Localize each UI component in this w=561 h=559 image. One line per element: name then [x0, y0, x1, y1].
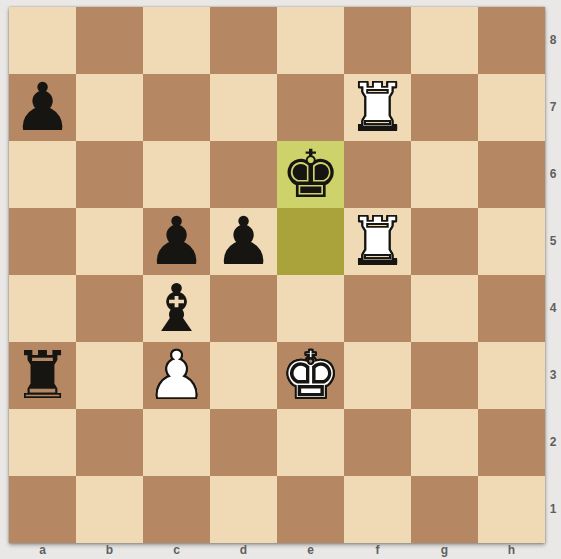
square-c8[interactable] — [143, 7, 210, 74]
square-e8[interactable] — [277, 7, 344, 74]
square-b6[interactable] — [76, 141, 143, 208]
square-b1[interactable] — [76, 476, 143, 543]
black-pawn[interactable]: ♟ — [147, 208, 206, 275]
square-c5[interactable]: ♟ — [143, 208, 210, 275]
square-h2[interactable] — [478, 409, 545, 476]
rank-coordinates: 87654321 — [545, 7, 561, 543]
black-bishop[interactable]: ♝ — [147, 275, 206, 342]
square-g1[interactable] — [411, 476, 478, 543]
square-d3[interactable] — [210, 342, 277, 409]
square-c1[interactable] — [143, 476, 210, 543]
square-e4[interactable] — [277, 275, 344, 342]
square-f5[interactable]: ♜ — [344, 208, 411, 275]
square-f1[interactable] — [344, 476, 411, 543]
square-h1[interactable] — [478, 476, 545, 543]
rank-label-6: 6 — [545, 141, 561, 208]
square-a8[interactable] — [9, 7, 76, 74]
square-e5[interactable] — [277, 208, 344, 275]
square-d6[interactable] — [210, 141, 277, 208]
file-label-b: b — [76, 543, 143, 559]
black-king[interactable]: ♚ — [281, 141, 340, 208]
square-b5[interactable] — [76, 208, 143, 275]
rank-label-3: 3 — [545, 342, 561, 409]
file-label-f: f — [344, 543, 411, 559]
black-pawn[interactable]: ♟ — [214, 208, 273, 275]
file-coordinates: abcdefgh — [9, 543, 545, 559]
rank-label-8: 8 — [545, 7, 561, 74]
rank-label-1: 1 — [545, 476, 561, 543]
square-f4[interactable] — [344, 275, 411, 342]
square-c2[interactable] — [143, 409, 210, 476]
file-label-a: a — [9, 543, 76, 559]
square-h5[interactable] — [478, 208, 545, 275]
file-label-g: g — [411, 543, 478, 559]
square-a2[interactable] — [9, 409, 76, 476]
square-b7[interactable] — [76, 74, 143, 141]
board-page: { "game": "chess", "position": { "fen": … — [0, 0, 561, 559]
square-e6[interactable]: ♚ — [277, 141, 344, 208]
square-e7[interactable] — [277, 74, 344, 141]
square-a7[interactable]: ♟ — [9, 74, 76, 141]
rank-label-7: 7 — [545, 74, 561, 141]
square-d8[interactable] — [210, 7, 277, 74]
square-g2[interactable] — [411, 409, 478, 476]
square-a5[interactable] — [9, 208, 76, 275]
chess-board: ♟♜♚♟♟♜♝♜♟♚ — [9, 7, 545, 543]
square-g5[interactable] — [411, 208, 478, 275]
square-h6[interactable] — [478, 141, 545, 208]
square-e2[interactable] — [277, 409, 344, 476]
square-c4[interactable]: ♝ — [143, 275, 210, 342]
square-f2[interactable] — [344, 409, 411, 476]
square-d7[interactable] — [210, 74, 277, 141]
square-f8[interactable] — [344, 7, 411, 74]
square-c3[interactable]: ♟ — [143, 342, 210, 409]
square-h4[interactable] — [478, 275, 545, 342]
rank-label-5: 5 — [545, 208, 561, 275]
square-a1[interactable] — [9, 476, 76, 543]
square-c7[interactable] — [143, 74, 210, 141]
file-label-c: c — [143, 543, 210, 559]
square-h3[interactable] — [478, 342, 545, 409]
square-f6[interactable] — [344, 141, 411, 208]
square-g6[interactable] — [411, 141, 478, 208]
square-e1[interactable] — [277, 476, 344, 543]
white-rook[interactable]: ♜ — [348, 208, 407, 275]
square-g4[interactable] — [411, 275, 478, 342]
square-b3[interactable] — [76, 342, 143, 409]
square-a3[interactable]: ♜ — [9, 342, 76, 409]
rank-label-4: 4 — [545, 275, 561, 342]
white-king[interactable]: ♚ — [281, 342, 340, 409]
square-g3[interactable] — [411, 342, 478, 409]
square-a4[interactable] — [9, 275, 76, 342]
file-label-d: d — [210, 543, 277, 559]
square-f7[interactable]: ♜ — [344, 74, 411, 141]
square-e3[interactable]: ♚ — [277, 342, 344, 409]
white-pawn[interactable]: ♟ — [147, 342, 206, 409]
square-b2[interactable] — [76, 409, 143, 476]
square-g7[interactable] — [411, 74, 478, 141]
square-c6[interactable] — [143, 141, 210, 208]
square-d5[interactable]: ♟ — [210, 208, 277, 275]
square-a6[interactable] — [9, 141, 76, 208]
square-g8[interactable] — [411, 7, 478, 74]
square-b4[interactable] — [76, 275, 143, 342]
file-label-e: e — [277, 543, 344, 559]
square-b8[interactable] — [76, 7, 143, 74]
white-rook[interactable]: ♜ — [348, 74, 407, 141]
square-f3[interactable] — [344, 342, 411, 409]
rank-label-2: 2 — [545, 409, 561, 476]
black-rook[interactable]: ♜ — [13, 342, 72, 409]
file-label-h: h — [478, 543, 545, 559]
square-h8[interactable] — [478, 7, 545, 74]
square-h7[interactable] — [478, 74, 545, 141]
black-pawn[interactable]: ♟ — [13, 74, 72, 141]
square-d2[interactable] — [210, 409, 277, 476]
square-d1[interactable] — [210, 476, 277, 543]
square-d4[interactable] — [210, 275, 277, 342]
